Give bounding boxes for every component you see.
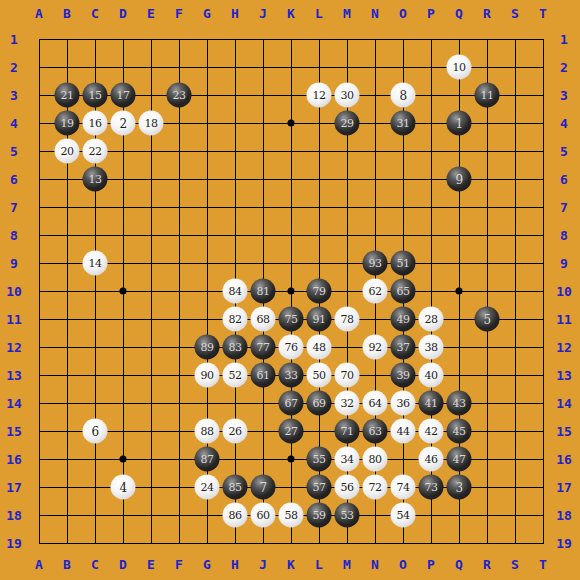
row-label-left-16: 16 [6, 453, 22, 466]
stone-white-78-M11[interactable]: 78 [335, 307, 360, 332]
row-label-right-13: 13 [556, 369, 572, 382]
stone-black-85-H17[interactable]: 85 [223, 475, 248, 500]
row-label-left-15: 15 [6, 425, 22, 438]
stone-white-46-P16[interactable]: 46 [419, 447, 444, 472]
col-label-bottom-K: K [287, 558, 295, 571]
row-label-left-8: 8 [10, 229, 18, 242]
row-label-left-14: 14 [6, 397, 22, 410]
stone-white-62-N10[interactable]: 62 [363, 279, 388, 304]
stone-white-14-C9[interactable]: 14 [83, 251, 108, 276]
col-label-bottom-H: H [231, 558, 239, 571]
col-label-bottom-N: N [371, 558, 379, 571]
col-label-bottom-T: T [539, 558, 547, 571]
col-label-top-R: R [483, 7, 491, 20]
stone-black-69-L14[interactable]: 69 [307, 391, 332, 416]
col-label-top-G: G [203, 7, 211, 20]
stone-black-83-H12[interactable]: 83 [223, 335, 248, 360]
row-label-left-2: 2 [10, 61, 18, 74]
row-label-left-7: 7 [10, 201, 18, 214]
col-label-top-T: T [539, 7, 547, 20]
star-point-K16 [288, 456, 295, 463]
row-label-right-15: 15 [556, 425, 572, 438]
star-point-K4 [288, 120, 295, 127]
stone-black-1-Q4[interactable]: 1 [447, 111, 472, 136]
col-label-bottom-A: A [35, 558, 43, 571]
row-label-left-13: 13 [6, 369, 22, 382]
row-label-left-4: 4 [10, 117, 18, 130]
row-label-right-11: 11 [556, 313, 572, 326]
stone-white-40-P13[interactable]: 40 [419, 363, 444, 388]
stone-white-52-H13[interactable]: 52 [223, 363, 248, 388]
row-label-left-1: 1 [10, 33, 18, 46]
col-label-bottom-F: F [175, 558, 183, 571]
stone-black-33-K13[interactable]: 33 [279, 363, 304, 388]
row-label-right-4: 4 [560, 117, 568, 130]
stone-black-43-Q14[interactable]: 43 [447, 391, 472, 416]
stone-black-81-J10[interactable]: 81 [251, 279, 276, 304]
star-point-K10 [288, 288, 295, 295]
stone-white-44-O15[interactable]: 44 [391, 419, 416, 444]
stone-white-74-O17[interactable]: 74 [391, 475, 416, 500]
stone-white-50-L13[interactable]: 50 [307, 363, 332, 388]
stone-white-72-N17[interactable]: 72 [363, 475, 388, 500]
stone-white-58-K18[interactable]: 58 [279, 503, 304, 528]
stone-white-24-G17[interactable]: 24 [195, 475, 220, 500]
stone-black-3-Q17[interactable]: 3 [447, 475, 472, 500]
stone-black-45-Q15[interactable]: 45 [447, 419, 472, 444]
stone-white-80-N16[interactable]: 80 [363, 447, 388, 472]
row-label-right-7: 7 [560, 201, 568, 214]
stone-white-36-O14[interactable]: 36 [391, 391, 416, 416]
row-label-right-10: 10 [556, 285, 572, 298]
stone-white-8-O3[interactable]: 8 [391, 83, 416, 108]
stone-white-20-B5[interactable]: 20 [55, 139, 80, 164]
stone-white-38-P12[interactable]: 38 [419, 335, 444, 360]
stone-black-9-Q6[interactable]: 9 [447, 167, 472, 192]
row-label-left-18: 18 [6, 509, 22, 522]
stone-white-90-G13[interactable]: 90 [195, 363, 220, 388]
row-label-right-14: 14 [556, 397, 572, 410]
stone-black-7-J17[interactable]: 7 [251, 475, 276, 500]
stone-black-23-F3[interactable]: 23 [167, 83, 192, 108]
stone-black-19-B4[interactable]: 19 [55, 111, 80, 136]
row-label-right-3: 3 [560, 89, 568, 102]
star-point-D10 [120, 288, 127, 295]
stone-white-16-C4[interactable]: 16 [83, 111, 108, 136]
stone-black-57-L17[interactable]: 57 [307, 475, 332, 500]
stone-black-91-L11[interactable]: 91 [307, 307, 332, 332]
col-label-bottom-Q: Q [455, 558, 463, 571]
row-label-right-16: 16 [556, 453, 572, 466]
col-label-top-K: K [287, 7, 295, 20]
row-label-right-9: 9 [560, 257, 568, 270]
stone-black-15-C3[interactable]: 15 [83, 83, 108, 108]
stone-white-30-M3[interactable]: 30 [335, 83, 360, 108]
stone-white-84-H10[interactable]: 84 [223, 279, 248, 304]
row-label-right-19: 19 [556, 537, 572, 550]
stone-black-75-K11[interactable]: 75 [279, 307, 304, 332]
stone-black-47-Q16[interactable]: 47 [447, 447, 472, 472]
stone-white-86-H18[interactable]: 86 [223, 503, 248, 528]
col-label-bottom-D: D [119, 558, 127, 571]
col-label-top-P: P [427, 7, 435, 20]
row-label-right-5: 5 [560, 145, 568, 158]
col-label-bottom-R: R [483, 558, 491, 571]
stone-white-64-N14[interactable]: 64 [363, 391, 388, 416]
stone-black-61-J13[interactable]: 61 [251, 363, 276, 388]
stone-white-10-Q2[interactable]: 10 [447, 55, 472, 80]
col-label-top-F: F [175, 7, 183, 20]
row-label-left-5: 5 [10, 145, 18, 158]
star-point-D16 [120, 456, 127, 463]
stone-black-71-M15[interactable]: 71 [335, 419, 360, 444]
row-label-left-6: 6 [10, 173, 18, 186]
row-label-right-2: 2 [560, 61, 568, 74]
row-label-left-12: 12 [6, 341, 22, 354]
stone-black-37-O12[interactable]: 37 [391, 335, 416, 360]
row-label-right-1: 1 [560, 33, 568, 46]
stone-white-60-J18[interactable]: 60 [251, 503, 276, 528]
stone-black-67-K14[interactable]: 67 [279, 391, 304, 416]
col-label-bottom-P: P [427, 558, 435, 571]
row-label-left-11: 11 [6, 313, 22, 326]
col-label-top-O: O [399, 7, 407, 20]
stone-white-92-N12[interactable]: 92 [363, 335, 388, 360]
row-label-right-8: 8 [560, 229, 568, 242]
stone-white-18-E4[interactable]: 18 [139, 111, 164, 136]
stone-black-31-O4[interactable]: 31 [391, 111, 416, 136]
col-label-bottom-M: M [343, 558, 351, 571]
col-label-bottom-J: J [259, 558, 267, 571]
col-label-top-S: S [511, 7, 519, 20]
row-label-left-10: 10 [6, 285, 22, 298]
stone-white-76-K12[interactable]: 76 [279, 335, 304, 360]
col-label-bottom-C: C [91, 558, 99, 571]
stone-white-34-M16[interactable]: 34 [335, 447, 360, 472]
col-label-bottom-S: S [511, 558, 519, 571]
stone-black-39-O13[interactable]: 39 [391, 363, 416, 388]
stone-black-29-M4[interactable]: 29 [335, 111, 360, 136]
stone-black-11-R3[interactable]: 11 [475, 83, 500, 108]
col-label-bottom-B: B [63, 558, 71, 571]
col-label-top-B: B [63, 7, 71, 20]
go-board[interactable]: AABBCCDDEEFFGGHHJJKKLLMMNNOOPPQQRRSSTT11… [0, 0, 580, 580]
stone-black-59-L18[interactable]: 59 [307, 503, 332, 528]
star-point-Q10 [456, 288, 463, 295]
col-label-top-D: D [119, 7, 127, 20]
stone-white-54-O18[interactable]: 54 [391, 503, 416, 528]
row-label-right-17: 17 [556, 481, 572, 494]
stone-black-89-G12[interactable]: 89 [195, 335, 220, 360]
stone-black-53-M18[interactable]: 53 [335, 503, 360, 528]
col-label-top-L: L [315, 7, 323, 20]
stone-white-82-H11[interactable]: 82 [223, 307, 248, 332]
col-label-top-C: C [91, 7, 99, 20]
col-label-top-Q: Q [455, 7, 463, 20]
stone-white-12-L3[interactable]: 12 [307, 83, 332, 108]
col-label-bottom-O: O [399, 558, 407, 571]
row-label-left-9: 9 [10, 257, 18, 270]
stone-black-87-G16[interactable]: 87 [195, 447, 220, 472]
stone-black-65-O10[interactable]: 65 [391, 279, 416, 304]
stone-white-48-L12[interactable]: 48 [307, 335, 332, 360]
stone-black-73-P17[interactable]: 73 [419, 475, 444, 500]
row-label-right-12: 12 [556, 341, 572, 354]
stone-black-49-O11[interactable]: 49 [391, 307, 416, 332]
stone-white-32-M14[interactable]: 32 [335, 391, 360, 416]
col-label-top-J: J [259, 7, 267, 20]
stone-white-22-C5[interactable]: 22 [83, 139, 108, 164]
stone-black-13-C6[interactable]: 13 [83, 167, 108, 192]
stone-white-4-D17[interactable]: 4 [111, 475, 136, 500]
col-label-top-E: E [147, 7, 155, 20]
col-label-bottom-L: L [315, 558, 323, 571]
stone-black-93-N9[interactable]: 93 [363, 251, 388, 276]
stone-black-77-J12[interactable]: 77 [251, 335, 276, 360]
stone-black-51-O9[interactable]: 51 [391, 251, 416, 276]
stone-black-79-L10[interactable]: 79 [307, 279, 332, 304]
row-label-left-19: 19 [6, 537, 22, 550]
col-label-top-A: A [35, 7, 43, 20]
stone-white-26-H15[interactable]: 26 [223, 419, 248, 444]
stone-black-5-R11[interactable]: 5 [475, 307, 500, 332]
row-label-left-3: 3 [10, 89, 18, 102]
stone-white-88-G15[interactable]: 88 [195, 419, 220, 444]
stone-black-17-D3[interactable]: 17 [111, 83, 136, 108]
stone-black-63-N15[interactable]: 63 [363, 419, 388, 444]
stone-black-41-P14[interactable]: 41 [419, 391, 444, 416]
col-label-top-H: H [231, 7, 239, 20]
col-label-top-M: M [343, 7, 351, 20]
col-label-bottom-G: G [203, 558, 211, 571]
stone-white-42-P15[interactable]: 42 [419, 419, 444, 444]
col-label-top-N: N [371, 7, 379, 20]
stone-black-27-K15[interactable]: 27 [279, 419, 304, 444]
stone-black-21-B3[interactable]: 21 [55, 83, 80, 108]
row-label-left-17: 17 [6, 481, 22, 494]
stone-black-55-L16[interactable]: 55 [307, 447, 332, 472]
stone-white-2-D4[interactable]: 2 [111, 111, 136, 136]
col-label-bottom-E: E [147, 558, 155, 571]
row-label-right-6: 6 [560, 173, 568, 186]
stone-white-70-M13[interactable]: 70 [335, 363, 360, 388]
row-label-right-18: 18 [556, 509, 572, 522]
stone-white-6-C15[interactable]: 6 [83, 419, 108, 444]
stone-white-28-P11[interactable]: 28 [419, 307, 444, 332]
stone-white-68-J11[interactable]: 68 [251, 307, 276, 332]
stone-white-56-M17[interactable]: 56 [335, 475, 360, 500]
